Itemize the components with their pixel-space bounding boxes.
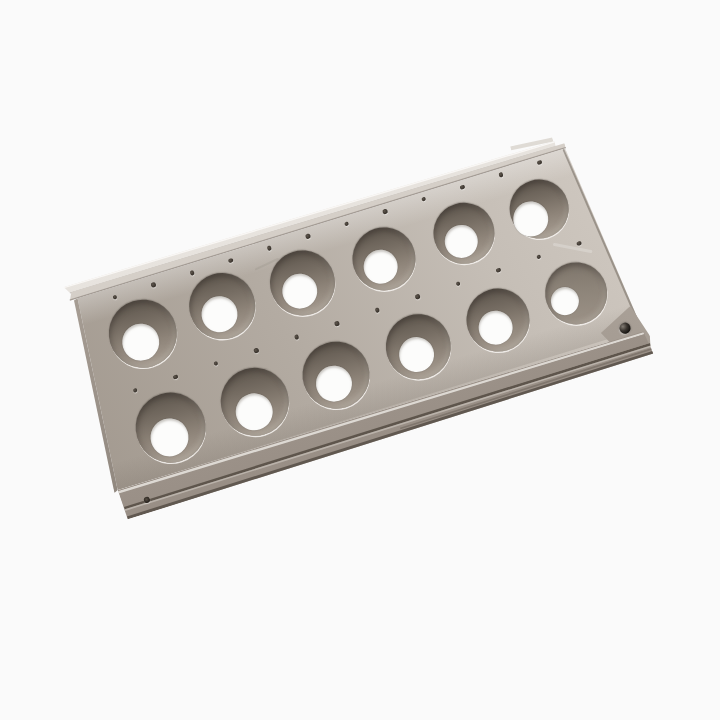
mancala-board	[43, 109, 707, 551]
surface-scuff	[553, 243, 593, 254]
pit-through-hole	[146, 414, 193, 461]
top-face-front-edge-shade	[98, 288, 689, 493]
pit-through-hole	[311, 361, 356, 406]
pit-through-hole	[117, 319, 163, 365]
pit-through-hole	[440, 220, 481, 261]
pit-through-hole	[359, 246, 401, 288]
pit-through-hole	[474, 306, 516, 348]
pit-through-hole	[394, 332, 438, 376]
pit-through-hole	[197, 292, 242, 337]
pit-through-hole	[547, 284, 582, 319]
product-photo-canvas	[0, 0, 720, 720]
pit-through-hole	[231, 388, 277, 434]
pit-through-hole	[277, 269, 321, 313]
